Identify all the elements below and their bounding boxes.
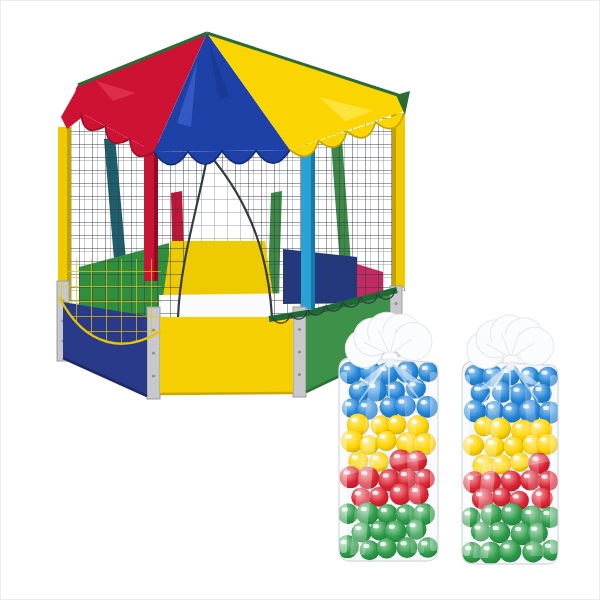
post-right-yellow-edge: [392, 113, 396, 288]
post-front-cyan-edge: [311, 151, 315, 309]
base-yellow-bottom-edge: [160, 393, 293, 394]
ball-bag-1: [336, 306, 438, 561]
product-image: [0, 0, 600, 600]
base-panel-yellow: [160, 317, 293, 394]
product-photo: [1, 1, 600, 600]
ball-bag-2: [461, 312, 562, 564]
